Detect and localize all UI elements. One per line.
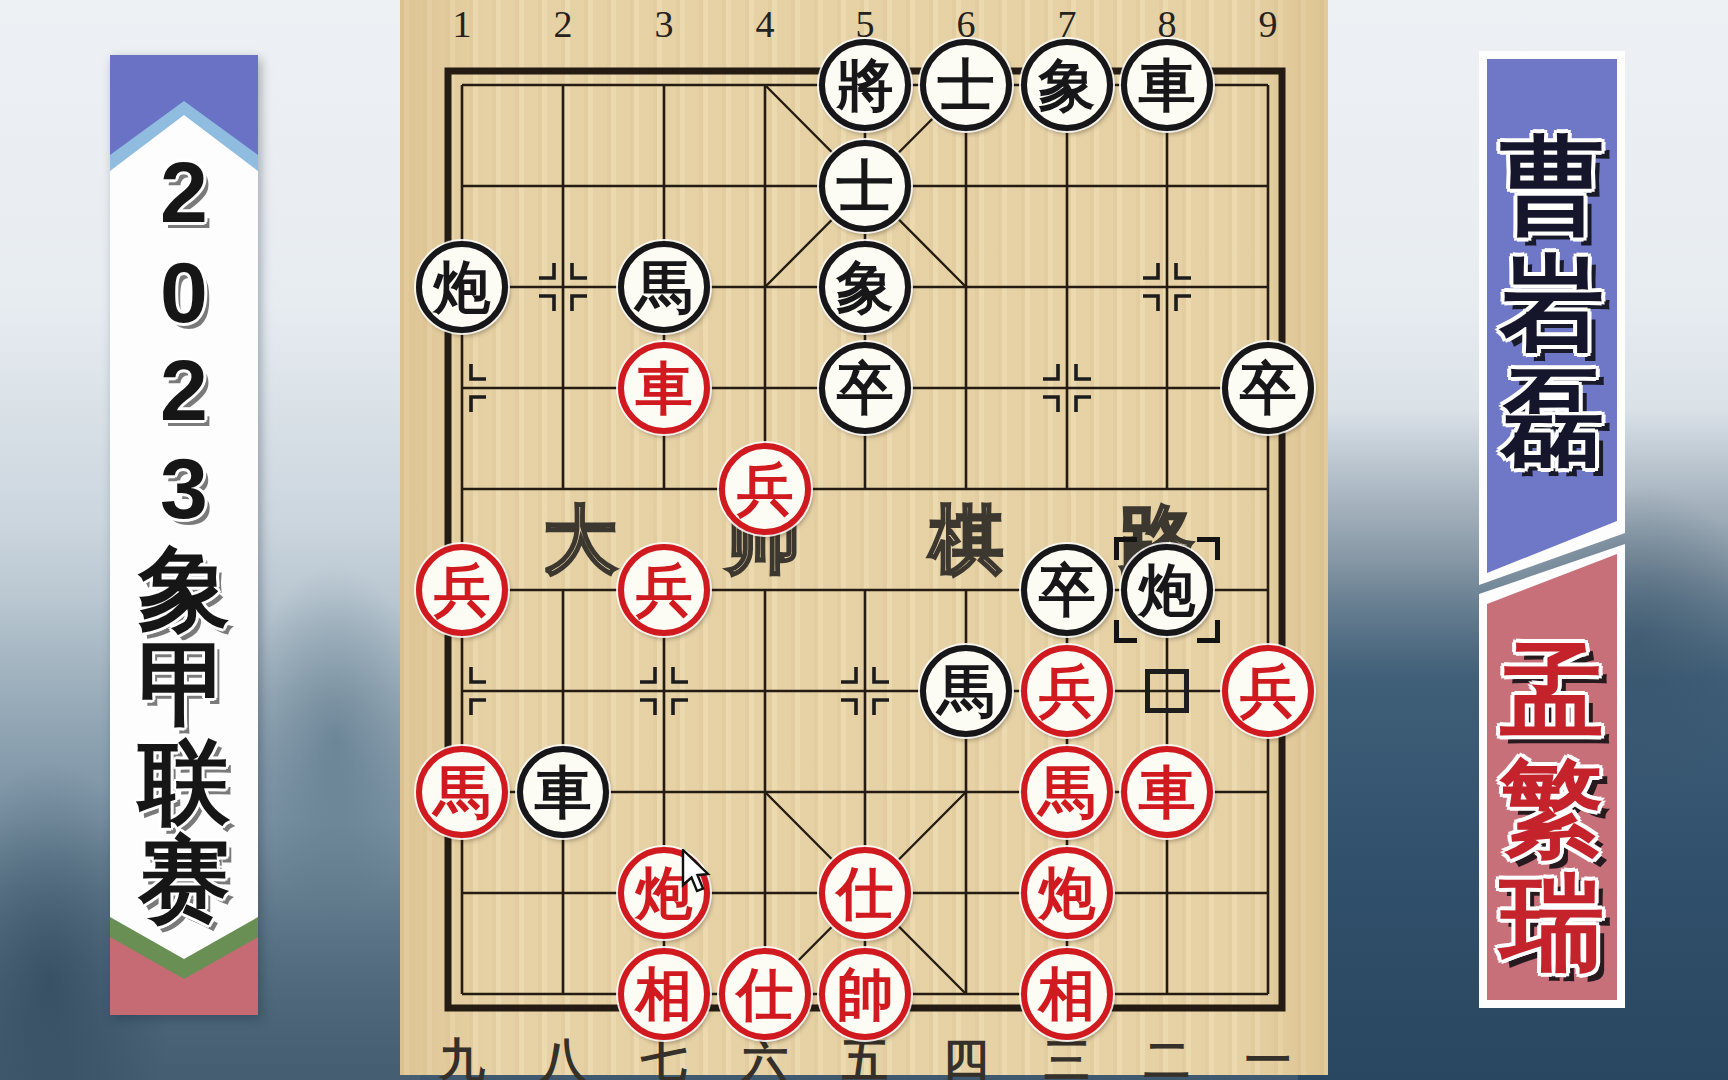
file-label-bottom: 八: [540, 1030, 586, 1080]
xiangqi-board: 123456789 九八七六五四三二一 大帅棋路 將士象車士炮馬象卒卒車兵兵兵卒…: [0, 0, 1728, 1080]
piece-炮-black[interactable]: 炮: [1121, 544, 1213, 636]
event-banner-char: 0: [160, 243, 208, 342]
file-label-bottom: 九: [439, 1030, 485, 1080]
player-banner-black: 曹岩磊: [1479, 51, 1625, 591]
piece-馬-black[interactable]: 馬: [920, 645, 1012, 737]
player-red-name-char: 瑞: [1500, 855, 1604, 995]
piece-將-black[interactable]: 將: [819, 39, 911, 131]
file-label-top: 3: [655, 2, 674, 46]
file-label-top: 4: [756, 2, 775, 46]
file-label-bottom: 四: [943, 1030, 989, 1080]
event-banner-char: 2: [160, 341, 208, 440]
event-banner-char: 赛: [138, 818, 230, 942]
piece-兵-red[interactable]: 兵: [1222, 645, 1314, 737]
file-label-bottom: 一: [1245, 1030, 1291, 1080]
piece-車-red[interactable]: 車: [618, 342, 710, 434]
mouse-cursor-icon: [681, 849, 715, 895]
piece-士-black[interactable]: 士: [920, 39, 1012, 131]
file-label-top: 9: [1259, 2, 1278, 46]
player-banner-red: 孟繁瑞: [1479, 536, 1625, 1008]
piece-帥-red[interactable]: 帥: [819, 948, 911, 1040]
piece-卒-black[interactable]: 卒: [1021, 544, 1113, 636]
river-watermark-char: 棋: [929, 491, 1003, 591]
piece-相-red[interactable]: 相: [618, 948, 710, 1040]
piece-兵-red[interactable]: 兵: [719, 443, 811, 535]
piece-士-black[interactable]: 士: [819, 140, 911, 232]
piece-兵-red[interactable]: 兵: [416, 544, 508, 636]
piece-車-black[interactable]: 車: [1121, 39, 1213, 131]
piece-馬-black[interactable]: 馬: [618, 241, 710, 333]
player-black-name-char: 磊: [1500, 350, 1604, 490]
piece-卒-black[interactable]: 卒: [1222, 342, 1314, 434]
event-banner-char: 2: [160, 143, 208, 242]
piece-馬-red[interactable]: 馬: [416, 746, 508, 838]
file-label-top: 2: [554, 2, 573, 46]
piece-仕-red[interactable]: 仕: [719, 948, 811, 1040]
piece-兵-red[interactable]: 兵: [618, 544, 710, 636]
piece-卒-black[interactable]: 卒: [819, 342, 911, 434]
piece-炮-black[interactable]: 炮: [416, 241, 508, 333]
event-banner-char: 3: [160, 439, 208, 538]
piece-象-black[interactable]: 象: [819, 241, 911, 333]
piece-兵-red[interactable]: 兵: [1021, 645, 1113, 737]
piece-仕-red[interactable]: 仕: [819, 847, 911, 939]
piece-炮-red[interactable]: 炮: [1021, 847, 1113, 939]
piece-象-black[interactable]: 象: [1021, 39, 1113, 131]
file-label-top: 1: [453, 2, 472, 46]
river-watermark-char: 大: [543, 491, 617, 591]
file-label-bottom: 二: [1144, 1030, 1190, 1080]
piece-相-red[interactable]: 相: [1021, 948, 1113, 1040]
piece-車-red[interactable]: 車: [1121, 746, 1213, 838]
video-frame: 123456789 九八七六五四三二一 大帅棋路 將士象車士炮馬象卒卒車兵兵兵卒…: [0, 0, 1728, 1080]
piece-車-black[interactable]: 車: [517, 746, 609, 838]
piece-馬-red[interactable]: 馬: [1021, 746, 1113, 838]
last-move-origin-square: [1145, 669, 1189, 713]
event-banner: 2023象甲联赛: [110, 55, 258, 1015]
